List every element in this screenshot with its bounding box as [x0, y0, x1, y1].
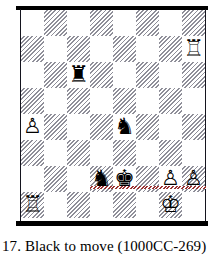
square-d7	[90, 36, 113, 62]
square-f8	[136, 10, 159, 36]
square-h7: ♖	[182, 36, 205, 62]
square-a1: ♖	[21, 192, 44, 218]
square-e1	[113, 192, 136, 218]
square-d6	[90, 62, 113, 88]
square-c6: ♜	[67, 62, 90, 88]
white-pawn-a4: ♙	[23, 113, 42, 139]
square-b7	[44, 36, 67, 62]
square-a8	[21, 10, 44, 36]
square-h1	[182, 192, 205, 218]
square-d5	[90, 88, 113, 114]
black-rook-c6: ♜	[68, 61, 89, 87]
square-b2	[44, 166, 67, 192]
square-g3	[159, 140, 182, 166]
square-d8	[90, 10, 113, 36]
board-border-right	[205, 9, 207, 222]
square-a7	[21, 36, 44, 62]
square-g2: ♙	[159, 166, 182, 192]
square-g7	[159, 36, 182, 62]
white-pawn-g2: ♙	[161, 165, 180, 191]
square-c7	[67, 36, 90, 62]
square-h4	[182, 114, 205, 140]
square-c3	[67, 140, 90, 166]
square-h6	[182, 62, 205, 88]
square-f6	[136, 62, 159, 88]
square-b4	[44, 114, 67, 140]
square-h2: ♙	[182, 166, 205, 192]
square-d3	[90, 140, 113, 166]
square-b6	[44, 62, 67, 88]
board-border-bottom	[16, 221, 208, 226]
puzzle-caption: 17. Black to move (1000CC-269)	[2, 238, 216, 255]
square-h8	[182, 10, 205, 36]
black-knight-d2: ♞	[91, 165, 112, 191]
chess-diagram-page: ♖♜♙♞♞♚♙♙♖♔ 17. Black to move (1000CC-269…	[0, 0, 217, 263]
square-e3	[113, 140, 136, 166]
square-c1	[67, 192, 90, 218]
square-c2	[67, 166, 90, 192]
square-c4	[67, 114, 90, 140]
square-f5	[136, 88, 159, 114]
white-king-g1: ♔	[160, 191, 181, 217]
square-b3	[44, 140, 67, 166]
square-d1	[90, 192, 113, 218]
square-g6	[159, 62, 182, 88]
black-king-e2: ♚	[114, 165, 135, 191]
white-rook-h7: ♖	[183, 35, 204, 61]
square-e2: ♚	[113, 166, 136, 192]
square-b8	[44, 10, 67, 36]
square-g8	[159, 10, 182, 36]
square-c5	[67, 88, 90, 114]
white-rook-a1: ♖	[22, 191, 43, 217]
square-g1: ♔	[159, 192, 182, 218]
square-a2	[21, 166, 44, 192]
square-b1	[44, 192, 67, 218]
square-c8	[67, 10, 90, 36]
square-a6	[21, 62, 44, 88]
square-e6	[113, 62, 136, 88]
square-g5	[159, 88, 182, 114]
square-g4	[159, 114, 182, 140]
white-pawn-h2: ♙	[184, 165, 203, 191]
black-knight-e4: ♞	[114, 113, 135, 139]
square-e4: ♞	[113, 114, 136, 140]
square-e5	[113, 88, 136, 114]
board-border-top	[16, 6, 208, 10]
square-f3	[136, 140, 159, 166]
square-b5	[44, 88, 67, 114]
square-e7	[113, 36, 136, 62]
square-a5	[21, 88, 44, 114]
square-h5	[182, 88, 205, 114]
square-d2: ♞	[90, 166, 113, 192]
square-d4	[90, 114, 113, 140]
square-e8	[113, 10, 136, 36]
square-f4	[136, 114, 159, 140]
square-f7	[136, 36, 159, 62]
square-a3	[21, 140, 44, 166]
square-f1	[136, 192, 159, 218]
square-h3	[182, 140, 205, 166]
square-a4: ♙	[21, 114, 44, 140]
